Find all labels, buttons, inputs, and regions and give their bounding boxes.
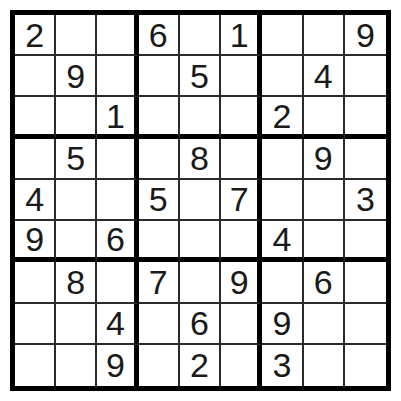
cell-r1c2-empty[interactable] bbox=[56, 15, 97, 56]
cell-r2c9-empty[interactable] bbox=[345, 56, 386, 97]
cell-r9c5-given: 2 bbox=[180, 345, 221, 386]
cell-r9c7-given: 3 bbox=[262, 345, 303, 386]
cell-r9c2-empty[interactable] bbox=[56, 345, 97, 386]
cell-r9c4-empty[interactable] bbox=[139, 345, 180, 386]
cell-r5c3-empty[interactable] bbox=[97, 180, 138, 221]
cell-r3c4-empty[interactable] bbox=[139, 97, 180, 138]
cell-r2c3-empty[interactable] bbox=[97, 56, 138, 97]
cell-r7c3-empty[interactable] bbox=[97, 262, 138, 303]
cell-r3c6-empty[interactable] bbox=[221, 97, 262, 138]
cell-r9c8-empty[interactable] bbox=[304, 345, 345, 386]
cell-r2c2-given: 9 bbox=[56, 56, 97, 97]
cell-r2c8-given: 4 bbox=[304, 56, 345, 97]
cell-r1c3-empty[interactable] bbox=[97, 15, 138, 56]
cell-r5c6-given: 7 bbox=[221, 180, 262, 221]
cell-r5c8-empty[interactable] bbox=[304, 180, 345, 221]
cell-r8c5-given: 6 bbox=[180, 304, 221, 345]
sudoku-page: 26199541258945739648796469923 bbox=[0, 0, 401, 401]
cell-r8c1-empty[interactable] bbox=[15, 304, 56, 345]
cell-r5c7-empty[interactable] bbox=[262, 180, 303, 221]
cell-r6c1-given: 9 bbox=[15, 221, 56, 262]
cell-r2c7-empty[interactable] bbox=[262, 56, 303, 97]
cell-r5c2-empty[interactable] bbox=[56, 180, 97, 221]
cell-r5c4-given: 5 bbox=[139, 180, 180, 221]
cell-r6c8-empty[interactable] bbox=[304, 221, 345, 262]
cell-r8c3-given: 4 bbox=[97, 304, 138, 345]
cell-r3c1-empty[interactable] bbox=[15, 97, 56, 138]
cell-r3c9-empty[interactable] bbox=[345, 97, 386, 138]
cell-r3c5-empty[interactable] bbox=[180, 97, 221, 138]
cell-r7c4-given: 7 bbox=[139, 262, 180, 303]
cell-r7c9-empty[interactable] bbox=[345, 262, 386, 303]
cell-r1c6-given: 1 bbox=[221, 15, 262, 56]
cell-r1c1-given: 2 bbox=[15, 15, 56, 56]
cell-r9c3-given: 9 bbox=[97, 345, 138, 386]
cell-r2c6-empty[interactable] bbox=[221, 56, 262, 97]
cell-r4c7-empty[interactable] bbox=[262, 139, 303, 180]
cell-r5c1-given: 4 bbox=[15, 180, 56, 221]
cell-r8c4-empty[interactable] bbox=[139, 304, 180, 345]
cell-r6c6-empty[interactable] bbox=[221, 221, 262, 262]
cell-r8c8-empty[interactable] bbox=[304, 304, 345, 345]
cell-r7c2-given: 8 bbox=[56, 262, 97, 303]
cell-r4c6-empty[interactable] bbox=[221, 139, 262, 180]
cell-r8c6-empty[interactable] bbox=[221, 304, 262, 345]
cell-r9c6-empty[interactable] bbox=[221, 345, 262, 386]
cell-r4c4-empty[interactable] bbox=[139, 139, 180, 180]
cell-r6c7-given: 4 bbox=[262, 221, 303, 262]
cell-r8c2-empty[interactable] bbox=[56, 304, 97, 345]
cell-r3c8-empty[interactable] bbox=[304, 97, 345, 138]
cell-r6c9-empty[interactable] bbox=[345, 221, 386, 262]
cell-r8c7-given: 9 bbox=[262, 304, 303, 345]
cell-r7c6-given: 9 bbox=[221, 262, 262, 303]
sudoku-board: 26199541258945739648796469923 bbox=[10, 10, 391, 391]
cell-r4c5-given: 8 bbox=[180, 139, 221, 180]
cell-r8c9-empty[interactable] bbox=[345, 304, 386, 345]
cell-r6c5-empty[interactable] bbox=[180, 221, 221, 262]
cell-r1c9-given: 9 bbox=[345, 15, 386, 56]
cell-r9c9-empty[interactable] bbox=[345, 345, 386, 386]
cell-r7c1-empty[interactable] bbox=[15, 262, 56, 303]
cell-r1c7-empty[interactable] bbox=[262, 15, 303, 56]
cell-r6c3-given: 6 bbox=[97, 221, 138, 262]
cell-r4c3-empty[interactable] bbox=[97, 139, 138, 180]
cell-r3c3-given: 1 bbox=[97, 97, 138, 138]
cell-r7c5-empty[interactable] bbox=[180, 262, 221, 303]
cell-r6c4-empty[interactable] bbox=[139, 221, 180, 262]
cell-r2c1-empty[interactable] bbox=[15, 56, 56, 97]
cell-r5c5-empty[interactable] bbox=[180, 180, 221, 221]
cell-r1c5-empty[interactable] bbox=[180, 15, 221, 56]
cell-r9c1-empty[interactable] bbox=[15, 345, 56, 386]
cell-r7c7-empty[interactable] bbox=[262, 262, 303, 303]
cell-r4c8-given: 9 bbox=[304, 139, 345, 180]
cell-r3c7-given: 2 bbox=[262, 97, 303, 138]
cell-r3c2-empty[interactable] bbox=[56, 97, 97, 138]
cell-r4c9-empty[interactable] bbox=[345, 139, 386, 180]
cell-r6c2-empty[interactable] bbox=[56, 221, 97, 262]
cell-r7c8-given: 6 bbox=[304, 262, 345, 303]
cell-r1c4-given: 6 bbox=[139, 15, 180, 56]
cell-r5c9-given: 3 bbox=[345, 180, 386, 221]
cell-r2c5-given: 5 bbox=[180, 56, 221, 97]
cell-r4c2-given: 5 bbox=[56, 139, 97, 180]
cell-r1c8-empty[interactable] bbox=[304, 15, 345, 56]
cell-r4c1-empty[interactable] bbox=[15, 139, 56, 180]
cell-r2c4-empty[interactable] bbox=[139, 56, 180, 97]
